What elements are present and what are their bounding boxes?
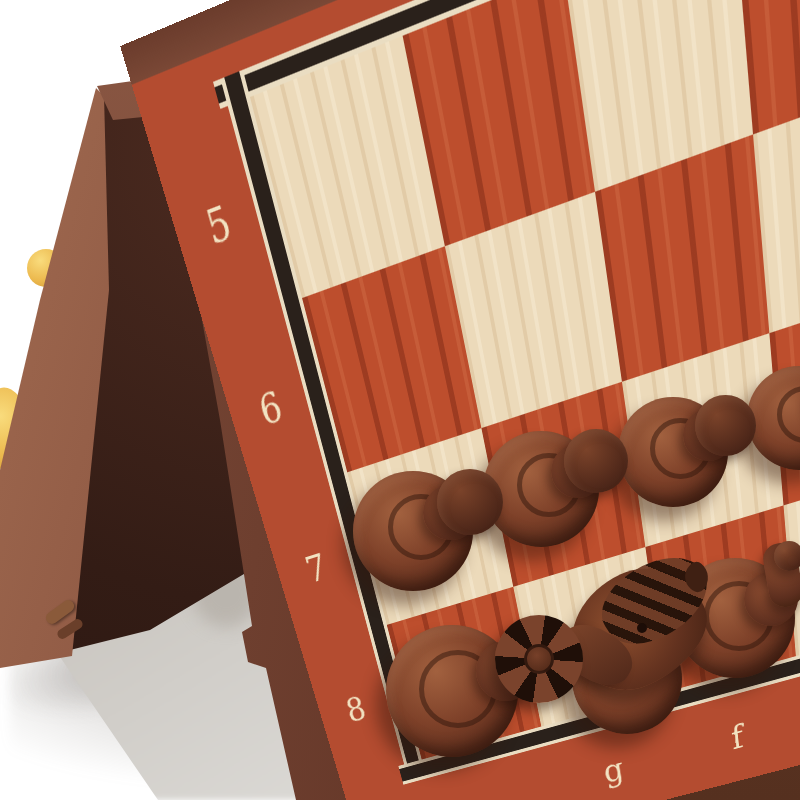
file-label-g: g [579,739,647,799]
product-photo-chess-set: 5678gf [0,0,800,800]
dark-pawn-f7-head [695,395,756,456]
dark-bishop-f8-tip [774,541,800,571]
dark-rook-h8-crown-hub [524,644,554,674]
rank-label-8: 8 [325,681,387,735]
file-label-f: f [703,705,771,768]
dark-pawn-h7-head [437,469,503,535]
rank-label-6: 6 [235,371,306,442]
rank-label-7: 7 [282,536,348,598]
dark-knight-g8-eye [637,623,647,633]
dark-pawn-g7-head [564,429,628,493]
rank-label-5: 5 [180,182,257,264]
